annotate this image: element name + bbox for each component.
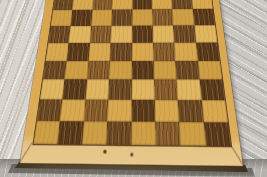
square	[65, 61, 89, 80]
chess-board	[20, 0, 243, 166]
square	[178, 100, 204, 122]
square	[194, 25, 217, 42]
square	[175, 60, 199, 79]
square	[172, 9, 194, 25]
square	[198, 60, 223, 79]
square	[111, 9, 132, 25]
square	[153, 25, 175, 42]
square	[85, 80, 109, 100]
square	[37, 100, 63, 122]
wood-knot	[103, 150, 107, 154]
square	[33, 121, 60, 144]
square	[193, 9, 216, 25]
square	[58, 121, 84, 144]
square	[71, 10, 92, 26]
square	[171, 0, 192, 9]
square	[67, 43, 90, 61]
square	[82, 121, 107, 144]
square	[177, 80, 202, 101]
square	[173, 25, 196, 42]
square	[154, 80, 178, 101]
square	[131, 80, 154, 100]
square	[132, 0, 152, 9]
square	[132, 42, 154, 60]
square	[152, 9, 173, 25]
square	[92, 0, 112, 10]
square	[199, 80, 225, 101]
square	[48, 26, 71, 43]
square	[131, 100, 155, 122]
square	[60, 100, 85, 122]
wood-knot	[130, 153, 133, 157]
square	[108, 80, 131, 100]
square	[84, 100, 109, 122]
square	[155, 100, 180, 122]
square	[111, 25, 132, 42]
square	[131, 122, 156, 145]
square	[73, 0, 94, 10]
square	[153, 42, 175, 60]
square	[132, 9, 153, 25]
square	[131, 61, 154, 80]
square	[107, 100, 131, 122]
square	[91, 9, 112, 25]
square	[179, 122, 206, 146]
square	[110, 42, 132, 60]
square	[174, 42, 197, 60]
square	[40, 80, 65, 100]
square	[46, 43, 69, 61]
square	[109, 61, 132, 80]
square	[191, 0, 213, 9]
square	[69, 26, 91, 43]
square	[88, 43, 110, 61]
square	[106, 122, 131, 145]
square	[53, 0, 74, 10]
square	[51, 10, 73, 26]
square	[112, 0, 132, 9]
square	[43, 61, 67, 80]
square	[87, 61, 110, 80]
square	[201, 100, 228, 122]
square	[153, 61, 176, 80]
square	[63, 80, 87, 100]
square	[90, 26, 112, 43]
square	[152, 0, 173, 9]
scene-photo	[0, 0, 267, 177]
square	[132, 25, 153, 42]
square	[155, 122, 181, 146]
board-grid	[32, 0, 232, 147]
square	[204, 122, 232, 146]
square	[196, 42, 220, 60]
